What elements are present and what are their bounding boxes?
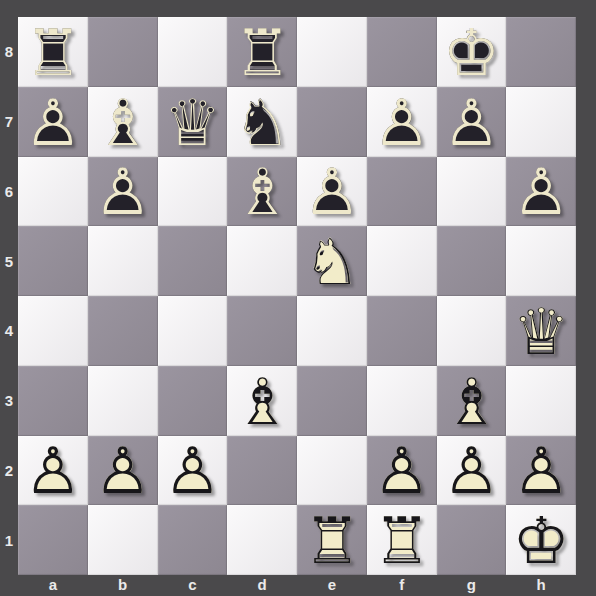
square-a5[interactable]	[18, 226, 88, 296]
square-h3[interactable]	[506, 366, 576, 436]
rank-label-7: 7	[0, 87, 18, 157]
square-f2[interactable]: ♟♙	[367, 436, 437, 506]
square-a6[interactable]	[18, 157, 88, 227]
rank-label-8: 8	[0, 17, 18, 87]
piece-outline-glyph: ♙	[18, 88, 88, 158]
piece-outline-glyph: ♙	[437, 88, 507, 158]
square-c3[interactable]	[158, 366, 228, 436]
piece-outline-glyph: ♖	[227, 18, 297, 88]
black-bishop-icon[interactable]: ♝♗	[227, 157, 297, 227]
white-pawn-icon[interactable]: ♟♙	[367, 436, 437, 506]
rank-label-6: 6	[0, 157, 18, 227]
square-g4[interactable]	[437, 296, 507, 366]
piece-outline-glyph: ♕	[506, 297, 576, 367]
white-knight-icon[interactable]: ♞♘	[297, 226, 367, 296]
piece-outline-glyph: ♙	[158, 437, 228, 507]
square-d2[interactable]	[227, 436, 297, 506]
square-e6[interactable]: ♟♙	[297, 157, 367, 227]
square-e2[interactable]	[297, 436, 367, 506]
black-knight-icon[interactable]: ♞♘	[227, 87, 297, 157]
square-f8[interactable]	[367, 17, 437, 87]
square-a7[interactable]: ♟♙	[18, 87, 88, 157]
black-rook-icon[interactable]: ♜♖	[227, 17, 297, 87]
white-rook-icon[interactable]: ♜♖	[367, 505, 437, 575]
piece-outline-glyph: ♖	[297, 506, 367, 576]
piece-outline-glyph: ♙	[437, 437, 507, 507]
square-f5[interactable]	[367, 226, 437, 296]
square-a3[interactable]	[18, 366, 88, 436]
square-c2[interactable]: ♟♙	[158, 436, 228, 506]
white-rook-icon[interactable]: ♜♖	[297, 505, 367, 575]
white-pawn-icon[interactable]: ♟♙	[88, 436, 158, 506]
square-g8[interactable]: ♚♔	[437, 17, 507, 87]
square-b8[interactable]	[88, 17, 158, 87]
piece-outline-glyph: ♗	[227, 367, 297, 437]
piece-outline-glyph: ♙	[506, 158, 576, 228]
square-c8[interactable]	[158, 17, 228, 87]
piece-outline-glyph: ♕	[158, 88, 228, 158]
square-b3[interactable]	[88, 366, 158, 436]
file-label-a: a	[18, 575, 88, 596]
file-label-e: e	[297, 575, 367, 596]
square-a1[interactable]	[18, 505, 88, 575]
white-pawn-icon[interactable]: ♟♙	[158, 436, 228, 506]
rank-label-4: 4	[0, 296, 18, 366]
square-e1[interactable]: ♜♖	[297, 505, 367, 575]
white-bishop-icon[interactable]: ♝♗	[437, 366, 507, 436]
rank-label-2: 2	[0, 436, 18, 506]
piece-outline-glyph: ♔	[506, 506, 576, 576]
square-h4[interactable]: ♛♕	[506, 296, 576, 366]
black-queen-icon[interactable]: ♛♕	[158, 87, 228, 157]
piece-outline-glyph: ♔	[437, 18, 507, 88]
square-c1[interactable]	[158, 505, 228, 575]
black-pawn-icon[interactable]: ♟♙	[506, 157, 576, 227]
square-c5[interactable]	[158, 226, 228, 296]
file-label-g: g	[437, 575, 507, 596]
chess-board: ♜♖♜♖♚♔♟♙♝♗♛♕♞♘♟♙♟♙♟♙♝♗♟♙♟♙♞♘♛♕♝♗♝♗♟♙♟♙♟♙…	[18, 17, 576, 575]
square-f7[interactable]: ♟♙	[367, 87, 437, 157]
piece-outline-glyph: ♙	[88, 158, 158, 228]
square-d7[interactable]: ♞♘	[227, 87, 297, 157]
white-pawn-icon[interactable]: ♟♙	[437, 436, 507, 506]
black-pawn-icon[interactable]: ♟♙	[437, 87, 507, 157]
piece-outline-glyph: ♖	[367, 506, 437, 576]
piece-outline-glyph: ♙	[18, 437, 88, 507]
square-c7[interactable]: ♛♕	[158, 87, 228, 157]
piece-outline-glyph: ♙	[506, 437, 576, 507]
square-e3[interactable]	[297, 366, 367, 436]
black-bishop-icon[interactable]: ♝♗	[88, 87, 158, 157]
square-d6[interactable]: ♝♗	[227, 157, 297, 227]
square-a8[interactable]: ♜♖	[18, 17, 88, 87]
file-label-f: f	[367, 575, 437, 596]
square-d8[interactable]: ♜♖	[227, 17, 297, 87]
square-h8[interactable]	[506, 17, 576, 87]
square-f3[interactable]	[367, 366, 437, 436]
square-h7[interactable]	[506, 87, 576, 157]
square-d1[interactable]	[227, 505, 297, 575]
square-c6[interactable]	[158, 157, 228, 227]
white-pawn-icon[interactable]: ♟♙	[506, 436, 576, 506]
square-g7[interactable]: ♟♙	[437, 87, 507, 157]
chess-board-frame: 87654321 ♜♖♜♖♚♔♟♙♝♗♛♕♞♘♟♙♟♙♟♙♝♗♟♙♟♙♞♘♛♕♝…	[0, 0, 596, 596]
black-pawn-icon[interactable]: ♟♙	[367, 87, 437, 157]
rank-label-1: 1	[0, 505, 18, 575]
square-f6[interactable]	[367, 157, 437, 227]
piece-outline-glyph: ♗	[437, 367, 507, 437]
piece-outline-glyph: ♘	[297, 227, 367, 297]
square-h5[interactable]	[506, 226, 576, 296]
square-e4[interactable]	[297, 296, 367, 366]
square-g6[interactable]	[437, 157, 507, 227]
square-g1[interactable]	[437, 505, 507, 575]
square-e5[interactable]: ♞♘	[297, 226, 367, 296]
square-c4[interactable]	[158, 296, 228, 366]
file-label-c: c	[158, 575, 228, 596]
piece-outline-glyph: ♗	[88, 88, 158, 158]
white-king-icon[interactable]: ♚♔	[506, 505, 576, 575]
black-pawn-icon[interactable]: ♟♙	[88, 157, 158, 227]
black-king-icon[interactable]: ♚♔	[437, 17, 507, 87]
file-labels: abcdefgh	[18, 575, 576, 596]
square-b5[interactable]	[88, 226, 158, 296]
square-b4[interactable]	[88, 296, 158, 366]
square-f4[interactable]	[367, 296, 437, 366]
rank-labels: 87654321	[0, 17, 18, 575]
file-label-b: b	[88, 575, 158, 596]
file-label-h: h	[506, 575, 576, 596]
square-h1[interactable]: ♚♔	[506, 505, 576, 575]
piece-outline-glyph: ♙	[297, 158, 367, 228]
square-d5[interactable]	[227, 226, 297, 296]
square-g5[interactable]	[437, 226, 507, 296]
square-e7[interactable]	[297, 87, 367, 157]
piece-outline-glyph: ♖	[18, 18, 88, 88]
rank-label-3: 3	[0, 366, 18, 436]
square-b2[interactable]: ♟♙	[88, 436, 158, 506]
piece-outline-glyph: ♗	[227, 158, 297, 228]
piece-outline-glyph: ♘	[227, 88, 297, 158]
square-a4[interactable]	[18, 296, 88, 366]
file-label-d: d	[227, 575, 297, 596]
white-queen-icon[interactable]: ♛♕	[506, 296, 576, 366]
square-d4[interactable]	[227, 296, 297, 366]
black-rook-icon[interactable]: ♜♖	[18, 17, 88, 87]
square-g3[interactable]: ♝♗	[437, 366, 507, 436]
black-pawn-icon[interactable]: ♟♙	[18, 87, 88, 157]
square-e8[interactable]	[297, 17, 367, 87]
square-b7[interactable]: ♝♗	[88, 87, 158, 157]
white-pawn-icon[interactable]: ♟♙	[18, 436, 88, 506]
piece-outline-glyph: ♙	[367, 88, 437, 158]
piece-outline-glyph: ♙	[88, 437, 158, 507]
square-d3[interactable]: ♝♗	[227, 366, 297, 436]
white-bishop-icon[interactable]: ♝♗	[227, 366, 297, 436]
square-f1[interactable]: ♜♖	[367, 505, 437, 575]
piece-outline-glyph: ♙	[367, 437, 437, 507]
square-b6[interactable]: ♟♙	[88, 157, 158, 227]
square-b1[interactable]	[88, 505, 158, 575]
black-pawn-icon[interactable]: ♟♙	[297, 157, 367, 227]
rank-label-5: 5	[0, 226, 18, 296]
square-h6[interactable]: ♟♙	[506, 157, 576, 227]
square-a2[interactable]: ♟♙	[18, 436, 88, 506]
square-h2[interactable]: ♟♙	[506, 436, 576, 506]
square-g2[interactable]: ♟♙	[437, 436, 507, 506]
